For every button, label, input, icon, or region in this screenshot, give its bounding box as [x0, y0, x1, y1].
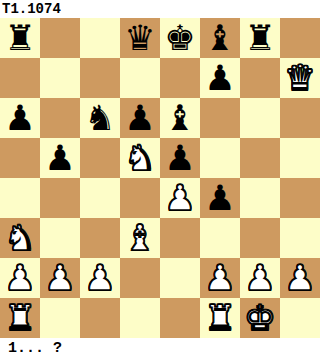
square-f5[interactable] — [200, 138, 240, 178]
square-f1[interactable]: ♜ — [200, 298, 240, 338]
black-knight-piece: ♞ — [84, 98, 115, 138]
square-c8[interactable] — [80, 18, 120, 58]
square-d6[interactable]: ♟ — [120, 98, 160, 138]
square-g3[interactable] — [240, 218, 280, 258]
square-c6[interactable]: ♞ — [80, 98, 120, 138]
square-g8[interactable]: ♜ — [240, 18, 280, 58]
square-h1[interactable] — [280, 298, 320, 338]
move-prompt: 1... ? — [8, 338, 62, 360]
square-a8[interactable]: ♜ — [0, 18, 40, 58]
square-a4[interactable] — [0, 178, 40, 218]
square-d4[interactable] — [120, 178, 160, 218]
square-c2[interactable]: ♟ — [80, 258, 120, 298]
square-h4[interactable] — [280, 178, 320, 218]
square-f3[interactable] — [200, 218, 240, 258]
square-d3[interactable]: ♝ — [120, 218, 160, 258]
square-b5[interactable]: ♟ — [40, 138, 80, 178]
square-e2[interactable] — [160, 258, 200, 298]
square-h2[interactable]: ♟ — [280, 258, 320, 298]
square-d8[interactable]: ♛ — [120, 18, 160, 58]
square-d7[interactable] — [120, 58, 160, 98]
white-rook-piece: ♜ — [204, 298, 235, 338]
square-b6[interactable] — [40, 98, 80, 138]
white-knight-piece: ♞ — [124, 138, 155, 178]
square-e5[interactable]: ♟ — [160, 138, 200, 178]
square-h7[interactable]: ♛ — [280, 58, 320, 98]
white-pawn-piece: ♟ — [164, 178, 195, 218]
square-f6[interactable] — [200, 98, 240, 138]
white-pawn-piece: ♟ — [204, 258, 235, 298]
square-f4[interactable]: ♟ — [200, 178, 240, 218]
black-bishop-piece: ♝ — [164, 98, 195, 138]
square-e4[interactable]: ♟ — [160, 178, 200, 218]
square-e1[interactable] — [160, 298, 200, 338]
square-g1[interactable]: ♚ — [240, 298, 280, 338]
square-e6[interactable]: ♝ — [160, 98, 200, 138]
square-h5[interactable] — [280, 138, 320, 178]
white-pawn-piece: ♟ — [284, 258, 315, 298]
black-rook-piece: ♜ — [4, 18, 35, 58]
square-h8[interactable] — [280, 18, 320, 58]
black-pawn-piece: ♟ — [164, 138, 195, 178]
white-pawn-piece: ♟ — [4, 258, 35, 298]
square-b1[interactable] — [40, 298, 80, 338]
title-bar: T1.1074 — [0, 0, 320, 18]
white-king-piece: ♚ — [244, 298, 275, 338]
square-g2[interactable]: ♟ — [240, 258, 280, 298]
square-c1[interactable] — [80, 298, 120, 338]
square-c3[interactable] — [80, 218, 120, 258]
square-d5[interactable]: ♞ — [120, 138, 160, 178]
square-c4[interactable] — [80, 178, 120, 218]
square-a7[interactable] — [0, 58, 40, 98]
square-d2[interactable] — [120, 258, 160, 298]
white-rook-piece: ♜ — [4, 298, 35, 338]
square-f2[interactable]: ♟ — [200, 258, 240, 298]
square-g4[interactable] — [240, 178, 280, 218]
black-pawn-piece: ♟ — [204, 178, 235, 218]
square-e8[interactable]: ♚ — [160, 18, 200, 58]
square-b4[interactable] — [40, 178, 80, 218]
square-g7[interactable] — [240, 58, 280, 98]
square-a5[interactable] — [0, 138, 40, 178]
square-c7[interactable] — [80, 58, 120, 98]
square-a2[interactable]: ♟ — [0, 258, 40, 298]
puzzle-title: T1.1074 — [2, 0, 61, 18]
white-knight-piece: ♞ — [4, 218, 35, 258]
white-pawn-piece: ♟ — [84, 258, 115, 298]
square-h3[interactable] — [280, 218, 320, 258]
status-bar: 1... ? — [0, 338, 320, 360]
square-a1[interactable]: ♜ — [0, 298, 40, 338]
square-h6[interactable] — [280, 98, 320, 138]
black-bishop-piece: ♝ — [204, 18, 235, 58]
black-queen-piece: ♛ — [124, 18, 155, 58]
black-pawn-piece: ♟ — [204, 58, 235, 98]
black-pawn-piece: ♟ — [4, 98, 35, 138]
square-f8[interactable]: ♝ — [200, 18, 240, 58]
square-b8[interactable] — [40, 18, 80, 58]
square-a3[interactable]: ♞ — [0, 218, 40, 258]
square-b3[interactable] — [40, 218, 80, 258]
square-g6[interactable] — [240, 98, 280, 138]
square-g5[interactable] — [240, 138, 280, 178]
black-pawn-piece: ♟ — [44, 138, 75, 178]
square-a6[interactable]: ♟ — [0, 98, 40, 138]
chess-board: ♜♛♚♝♜♟♛♟♞♟♝♟♞♟♟♟♞♝♟♟♟♟♟♟♜♜♚ — [0, 18, 320, 338]
white-queen-piece: ♛ — [284, 58, 315, 98]
square-b2[interactable]: ♟ — [40, 258, 80, 298]
black-king-piece: ♚ — [164, 18, 195, 58]
black-rook-piece: ♜ — [244, 18, 275, 58]
square-e7[interactable] — [160, 58, 200, 98]
white-pawn-piece: ♟ — [44, 258, 75, 298]
square-f7[interactable]: ♟ — [200, 58, 240, 98]
square-d1[interactable] — [120, 298, 160, 338]
white-bishop-piece: ♝ — [124, 218, 155, 258]
square-e3[interactable] — [160, 218, 200, 258]
square-c5[interactable] — [80, 138, 120, 178]
white-pawn-piece: ♟ — [244, 258, 275, 298]
square-b7[interactable] — [40, 58, 80, 98]
black-pawn-piece: ♟ — [124, 98, 155, 138]
